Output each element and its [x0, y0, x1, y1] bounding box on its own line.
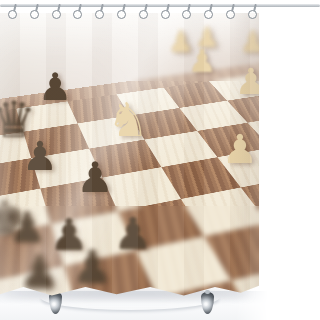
curtain-ring	[161, 6, 171, 19]
curtain-ring	[226, 6, 236, 19]
curtain-ring	[248, 6, 258, 19]
curtain-ring	[73, 6, 83, 19]
curtain-ring	[52, 6, 62, 19]
curtain-ring	[30, 6, 40, 19]
chess-photo-print: ♟♟♟♟♟♞♟♟♛♟♟♚♟♟♟♟♟	[0, 13, 259, 297]
fabric-wash	[0, 13, 259, 297]
curtain-ring	[182, 6, 192, 19]
curtain-ring	[204, 6, 214, 19]
shower-curtain: ♟♟♟♟♟♞♟♟♛♟♟♚♟♟♟♟♟	[0, 13, 259, 297]
curtain-ring	[95, 6, 105, 19]
shower-curtain-product-photo: ♟♟♟♟♟♞♟♟♛♟♟♚♟♟♟♟♟	[0, 0, 320, 320]
curtain-ring	[139, 6, 149, 19]
curtain-ring	[117, 6, 127, 19]
curtain-ring	[8, 6, 18, 19]
